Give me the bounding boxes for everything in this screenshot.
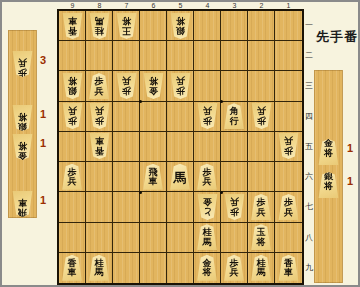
sente-hand-gold: 金将 — [318, 135, 339, 165]
file-label-5: 5 — [167, 2, 194, 9]
square-11[interactable] — [275, 11, 302, 41]
koma-kanji: 車 — [62, 268, 83, 278]
square-96[interactable]: 歩兵 — [59, 162, 86, 192]
koma-kanji: 歩 — [197, 116, 218, 126]
koma-kanji: 将 — [62, 76, 83, 86]
star-point — [139, 191, 142, 194]
square-71[interactable]: 王将 — [113, 11, 140, 41]
square-48[interactable]: 桂馬 — [194, 223, 221, 253]
square-44[interactable]: 歩兵 — [194, 102, 221, 132]
koma-king-gote[interactable]: 王将 — [116, 13, 137, 39]
rank-label-6: 六 — [304, 171, 314, 182]
square-31[interactable] — [221, 11, 248, 41]
square-28[interactable]: 玉将 — [248, 223, 275, 253]
square-36[interactable] — [221, 162, 248, 192]
file-label-2: 2 — [248, 2, 275, 9]
square-58[interactable] — [167, 223, 194, 253]
square-86[interactable] — [86, 162, 113, 192]
square-22[interactable] — [248, 41, 275, 71]
square-37[interactable]: 歩兵 — [221, 192, 248, 222]
koma-kanji: 兵 — [278, 136, 299, 146]
square-68[interactable] — [140, 223, 167, 253]
koma-kanji: 将 — [251, 238, 272, 248]
rank-label-3: 三 — [304, 80, 314, 91]
koma-pawn-gote[interactable]: 歩兵 — [278, 133, 299, 159]
koma-pawn-sente[interactable]: 歩兵 — [278, 194, 299, 220]
koma-kanji: 兵 — [116, 76, 137, 86]
koma-kanji: 歩 — [278, 146, 299, 156]
koma-kanji: 歩 — [224, 206, 245, 216]
koma-kanji: 将 — [12, 112, 33, 122]
square-33[interactable] — [221, 71, 248, 101]
koma-kanji: 香 — [89, 146, 110, 156]
square-35[interactable] — [221, 132, 248, 162]
koma-horse-sente[interactable]: 馬 — [170, 164, 191, 190]
square-14[interactable] — [275, 102, 302, 132]
gote-hand-rook-count: 1 — [40, 194, 46, 206]
rank-label-9: 九 — [304, 262, 314, 273]
koma-kanji: 兵 — [251, 106, 272, 116]
square-57[interactable] — [167, 192, 194, 222]
square-51[interactable]: 銀将 — [167, 11, 194, 41]
koma-kanji: 車 — [89, 136, 110, 146]
koma-knight-gote[interactable]: 桂馬 — [89, 13, 110, 39]
koma-kanji: 兵 — [224, 268, 245, 278]
shogi-board: 香車桂馬王将銀将銀将歩兵歩兵金将歩兵歩兵歩兵歩兵角行歩兵香車歩兵歩兵飛車馬歩兵と… — [57, 9, 304, 285]
square-38[interactable] — [221, 223, 248, 253]
square-43[interactable] — [194, 71, 221, 101]
file-label-4: 4 — [194, 2, 221, 9]
gote-hand-gold-count: 1 — [40, 137, 46, 149]
square-97[interactable] — [59, 192, 86, 222]
koma-kanji: 車 — [278, 268, 299, 278]
koma-lance-sente[interactable]: 香車 — [62, 255, 83, 281]
koma-kanji: 兵 — [170, 76, 191, 86]
koma-kanji: 馬 — [170, 171, 191, 184]
square-93[interactable]: 銀将 — [59, 71, 86, 101]
square-82[interactable] — [86, 41, 113, 71]
square-32[interactable] — [221, 41, 248, 71]
square-25[interactable] — [248, 132, 275, 162]
koma-kanji: 歩 — [62, 116, 83, 126]
sente-hand-gold-count: 1 — [347, 142, 353, 154]
koma-kanji: 将 — [170, 15, 191, 25]
gote-hand-pawn-count: 3 — [40, 54, 46, 66]
koma-lance-sente[interactable]: 香車 — [278, 255, 299, 281]
square-62[interactable] — [140, 41, 167, 71]
square-24[interactable]: 歩兵 — [248, 102, 275, 132]
square-23[interactable] — [248, 71, 275, 101]
square-83[interactable]: 歩兵 — [86, 71, 113, 101]
square-95[interactable] — [59, 132, 86, 162]
square-16[interactable] — [275, 162, 302, 192]
square-78[interactable] — [113, 223, 140, 253]
square-64[interactable] — [140, 102, 167, 132]
koma-pawn-gote[interactable]: 歩兵 — [170, 73, 191, 99]
rank-label-8: 八 — [304, 232, 314, 243]
gote-hand-rook: 飛車 — [12, 187, 33, 217]
koma-silver-gote[interactable]: 銀将 — [62, 73, 83, 99]
square-75[interactable] — [113, 132, 140, 162]
koma-pawn-gote[interactable]: 歩兵 — [224, 194, 245, 220]
koma-pawn-gote[interactable]: 歩兵 — [62, 103, 83, 129]
koma-kanji: 車 — [143, 177, 164, 187]
square-29[interactable]: 桂馬 — [248, 253, 275, 283]
koma-kanji: 銀 — [170, 25, 191, 35]
koma-kanji: 将 — [12, 141, 33, 151]
koma-kanji: 桂 — [89, 25, 110, 35]
rank-label-7: 七 — [304, 201, 314, 212]
square-41[interactable] — [194, 11, 221, 41]
koma-kanji: 歩 — [12, 67, 33, 77]
file-label-9: 9 — [59, 2, 86, 9]
koma-kanji: と — [197, 206, 218, 216]
koma-kanji: 兵 — [224, 197, 245, 207]
koma-gold-sente[interactable]: 金将 — [197, 255, 218, 281]
square-89[interactable]: 桂馬 — [86, 253, 113, 283]
square-47[interactable]: と金 — [194, 192, 221, 222]
koma-pawn-sente[interactable]: 歩兵 — [251, 194, 272, 220]
file-label-1: 1 — [275, 2, 302, 9]
square-52[interactable] — [167, 41, 194, 71]
gote-hand-silver-count: 1 — [40, 108, 46, 120]
square-91[interactable]: 香車 — [59, 11, 86, 41]
square-49[interactable]: 金将 — [194, 253, 221, 283]
koma-pawn-sente[interactable]: 歩兵 — [89, 73, 110, 99]
koma-kanji: 歩 — [116, 85, 137, 95]
koma-kanji: 馬 — [251, 268, 272, 278]
koma-kanji: 香 — [62, 25, 83, 35]
square-88[interactable] — [86, 223, 113, 253]
square-77[interactable] — [113, 192, 140, 222]
koma-kanji: 兵 — [89, 87, 110, 97]
koma-kanji: 将 — [318, 182, 339, 192]
koma-kanji: 将 — [116, 15, 137, 25]
koma-kanji: 歩 — [89, 116, 110, 126]
square-72[interactable] — [113, 41, 140, 71]
koma-kanji: 将 — [318, 149, 339, 159]
square-21[interactable] — [248, 11, 275, 41]
turn-indicator: 先手番 — [316, 28, 358, 46]
koma-kanji: 馬 — [197, 238, 218, 248]
square-74[interactable] — [113, 102, 140, 132]
square-13[interactable] — [275, 71, 302, 101]
koma-knight-sente[interactable]: 桂馬 — [197, 224, 218, 250]
koma-knight-sente[interactable]: 桂馬 — [89, 255, 110, 281]
star-point — [220, 191, 223, 194]
sente-hand-silver: 銀将 — [318, 168, 339, 198]
koma-kanji: 兵 — [197, 106, 218, 116]
koma-kanji: 兵 — [89, 106, 110, 116]
koma-kanji: 歩 — [170, 85, 191, 95]
koma-kanji: 馬 — [89, 15, 110, 25]
gote-hand-pawn: 歩兵 — [12, 47, 33, 77]
square-92[interactable] — [59, 41, 86, 71]
square-39[interactable]: 歩兵 — [221, 253, 248, 283]
koma-kanji: 兵 — [278, 208, 299, 218]
square-12[interactable] — [275, 41, 302, 71]
sente-hand-silver-count: 1 — [347, 175, 353, 187]
koma-kanji: 王 — [116, 25, 137, 35]
koma-pawn-sente[interactable]: 歩兵 — [224, 255, 245, 281]
rank-label-5: 五 — [304, 141, 314, 152]
rank-label-2: 二 — [304, 50, 314, 61]
koma-rook-sente[interactable]: 飛車 — [143, 164, 164, 190]
koma-kanji: 車 — [12, 198, 33, 208]
square-34[interactable]: 角行 — [221, 102, 248, 132]
koma-silver-gote[interactable]: 銀将 — [12, 105, 33, 131]
square-84[interactable]: 歩兵 — [86, 102, 113, 132]
rank-label-1: 一 — [304, 20, 314, 31]
square-55[interactable] — [167, 132, 194, 162]
koma-lance-gote[interactable]: 香車 — [89, 133, 110, 159]
koma-bishop-sente[interactable]: 角行 — [224, 103, 245, 129]
koma-lance-gote[interactable]: 香車 — [62, 13, 83, 39]
koma-gold-gote[interactable]: 金将 — [12, 134, 33, 160]
square-79[interactable] — [113, 253, 140, 283]
koma-gold-gote[interactable]: 金将 — [143, 73, 164, 99]
square-76[interactable] — [113, 162, 140, 192]
koma-kanji: 馬 — [89, 268, 110, 278]
koma-kanji: 飛 — [12, 207, 33, 217]
square-27[interactable]: 歩兵 — [248, 192, 275, 222]
koma-kanji: 兵 — [197, 177, 218, 187]
rank-label-4: 四 — [304, 111, 314, 122]
square-42[interactable] — [194, 41, 221, 71]
koma-knight-sente[interactable]: 桂馬 — [251, 255, 272, 281]
square-53[interactable]: 歩兵 — [167, 71, 194, 101]
shogi-diagram: 先手番 987654321 一二三四五六七八九 香車桂馬王将銀将銀将歩兵歩兵金将… — [0, 0, 360, 287]
square-59[interactable] — [167, 253, 194, 283]
koma-pawn-sente[interactable]: 歩兵 — [62, 164, 83, 190]
koma-rook-gote[interactable]: 飛車 — [12, 191, 33, 217]
square-19[interactable]: 香車 — [275, 253, 302, 283]
koma-kanji: 銀 — [62, 85, 83, 95]
koma-pawn-gote[interactable]: 歩兵 — [116, 73, 137, 99]
koma-kanji: 行 — [224, 117, 245, 127]
koma-silver-gote[interactable]: 銀将 — [170, 13, 191, 39]
koma-kanji: 金 — [143, 85, 164, 95]
square-65[interactable] — [140, 132, 167, 162]
koma-kanji: 金 — [197, 197, 218, 207]
star-point — [220, 100, 223, 103]
square-85[interactable]: 香車 — [86, 132, 113, 162]
koma-tokin-gote[interactable]: と金 — [197, 194, 218, 220]
koma-kanji: 車 — [62, 15, 83, 25]
file-label-3: 3 — [221, 2, 248, 9]
koma-kanji: 将 — [143, 76, 164, 86]
square-61[interactable] — [140, 11, 167, 41]
koma-pawn-gote[interactable]: 歩兵 — [197, 103, 218, 129]
square-63[interactable]: 金将 — [140, 71, 167, 101]
square-94[interactable]: 歩兵 — [59, 102, 86, 132]
koma-kanji: 歩 — [251, 116, 272, 126]
koma-pawn-gote[interactable]: 歩兵 — [12, 51, 33, 77]
square-54[interactable] — [167, 102, 194, 132]
square-26[interactable] — [248, 162, 275, 192]
koma-pawn-gote[interactable]: 歩兵 — [251, 103, 272, 129]
koma-gold-sente[interactable]: 金将 — [318, 139, 339, 165]
square-15[interactable]: 歩兵 — [275, 132, 302, 162]
square-81[interactable]: 桂馬 — [86, 11, 113, 41]
koma-kanji: 将 — [197, 268, 218, 278]
koma-kanji: 兵 — [62, 106, 83, 116]
square-69[interactable] — [140, 253, 167, 283]
square-98[interactable] — [59, 223, 86, 253]
gote-hand-gold: 金将 — [12, 130, 33, 160]
file-label-6: 6 — [140, 2, 167, 9]
file-label-7: 7 — [113, 2, 140, 9]
square-17[interactable]: 歩兵 — [275, 192, 302, 222]
koma-kanji: 兵 — [12, 58, 33, 68]
square-66[interactable]: 飛車 — [140, 162, 167, 192]
koma-kanji: 兵 — [251, 208, 272, 218]
square-67[interactable] — [140, 192, 167, 222]
koma-king-sente[interactable]: 玉将 — [251, 224, 272, 250]
star-point — [139, 100, 142, 103]
square-45[interactable] — [194, 132, 221, 162]
square-46[interactable]: 歩兵 — [194, 162, 221, 192]
file-label-8: 8 — [86, 2, 113, 9]
square-73[interactable]: 歩兵 — [113, 71, 140, 101]
square-87[interactable] — [86, 192, 113, 222]
square-56[interactable]: 馬 — [167, 162, 194, 192]
gote-hand-silver: 銀将 — [12, 101, 33, 131]
koma-pawn-gote[interactable]: 歩兵 — [89, 103, 110, 129]
koma-kanji: 金 — [12, 150, 33, 160]
square-99[interactable]: 香車 — [59, 253, 86, 283]
koma-kanji: 兵 — [62, 177, 83, 187]
koma-pawn-sente[interactable]: 歩兵 — [197, 164, 218, 190]
koma-silver-sente[interactable]: 銀将 — [318, 172, 339, 198]
square-18[interactable] — [275, 223, 302, 253]
